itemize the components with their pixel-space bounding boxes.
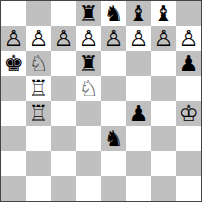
black-pawn-h6: ♟ (179, 51, 199, 76)
black-knight-e3: ♞ (104, 126, 124, 151)
square-d3[interactable] (76, 126, 101, 151)
white-pawn-g7: ♙ (154, 26, 174, 51)
square-g1[interactable] (151, 176, 176, 201)
white-pawn-a7: ♙ (4, 26, 24, 51)
white-knight-b6: ♘ (29, 51, 49, 76)
square-h4[interactable]: ♔ (176, 101, 201, 126)
white-rook-b4: ♖ (29, 101, 49, 126)
square-e1[interactable] (101, 176, 126, 201)
square-e8[interactable]: ♞ (101, 1, 126, 26)
black-knight-e8: ♞ (104, 1, 124, 26)
square-c2[interactable] (51, 151, 76, 176)
square-g4[interactable] (151, 101, 176, 126)
white-pawn-e7: ♙ (104, 26, 124, 51)
square-h5[interactable] (176, 76, 201, 101)
white-pawn-h7: ♙ (179, 26, 199, 51)
square-g7[interactable]: ♙ (151, 26, 176, 51)
chess-board: ♜♞♝♝♙♙♙♙♙♙♙♙♚♘♜♟♖♘♖♟♔♞ (0, 0, 202, 202)
square-e7[interactable]: ♙ (101, 26, 126, 51)
black-bishop-g8: ♝ (154, 1, 174, 26)
square-b3[interactable] (26, 126, 51, 151)
square-d4[interactable] (76, 101, 101, 126)
square-h3[interactable] (176, 126, 201, 151)
square-c3[interactable] (51, 126, 76, 151)
white-pawn-f7: ♙ (129, 26, 149, 51)
square-e4[interactable] (101, 101, 126, 126)
square-a7[interactable]: ♙ (1, 26, 26, 51)
square-g6[interactable] (151, 51, 176, 76)
square-d2[interactable] (76, 151, 101, 176)
square-h7[interactable]: ♙ (176, 26, 201, 51)
square-b6[interactable]: ♘ (26, 51, 51, 76)
square-f1[interactable] (126, 176, 151, 201)
square-e2[interactable] (101, 151, 126, 176)
square-a2[interactable] (1, 151, 26, 176)
square-b7[interactable]: ♙ (26, 26, 51, 51)
square-b8[interactable] (26, 1, 51, 26)
white-king-h4: ♔ (179, 101, 199, 126)
chess-diagram: ♜♞♝♝♙♙♙♙♙♙♙♙♚♘♜♟♖♘♖♟♔♞ (0, 0, 202, 202)
square-c6[interactable] (51, 51, 76, 76)
square-b2[interactable] (26, 151, 51, 176)
black-rook-d8: ♜ (79, 1, 99, 26)
square-b1[interactable] (26, 176, 51, 201)
square-a1[interactable] (1, 176, 26, 201)
square-d8[interactable]: ♜ (76, 1, 101, 26)
black-pawn-f4: ♟ (129, 101, 149, 126)
square-e3[interactable]: ♞ (101, 126, 126, 151)
square-f8[interactable]: ♝ (126, 1, 151, 26)
square-f5[interactable] (126, 76, 151, 101)
square-e5[interactable] (101, 76, 126, 101)
square-a5[interactable] (1, 76, 26, 101)
square-b5[interactable]: ♖ (26, 76, 51, 101)
square-f3[interactable] (126, 126, 151, 151)
square-h1[interactable] (176, 176, 201, 201)
square-d1[interactable] (76, 176, 101, 201)
square-b4[interactable]: ♖ (26, 101, 51, 126)
square-g8[interactable]: ♝ (151, 1, 176, 26)
square-f6[interactable] (126, 51, 151, 76)
black-king-a6: ♚ (4, 51, 24, 76)
square-d5[interactable]: ♘ (76, 76, 101, 101)
white-rook-b5: ♖ (29, 76, 49, 101)
white-pawn-c7: ♙ (54, 26, 74, 51)
square-f2[interactable] (126, 151, 151, 176)
square-c5[interactable] (51, 76, 76, 101)
square-c8[interactable] (51, 1, 76, 26)
square-g2[interactable] (151, 151, 176, 176)
square-g3[interactable] (151, 126, 176, 151)
square-d6[interactable]: ♜ (76, 51, 101, 76)
square-d7[interactable]: ♙ (76, 26, 101, 51)
square-e6[interactable] (101, 51, 126, 76)
square-f7[interactable]: ♙ (126, 26, 151, 51)
square-a4[interactable] (1, 101, 26, 126)
square-c4[interactable] (51, 101, 76, 126)
black-rook-d6: ♜ (79, 51, 99, 76)
square-g5[interactable] (151, 76, 176, 101)
square-h6[interactable]: ♟ (176, 51, 201, 76)
white-knight-d5: ♘ (79, 76, 99, 101)
square-a8[interactable] (1, 1, 26, 26)
square-c1[interactable] (51, 176, 76, 201)
square-h8[interactable] (176, 1, 201, 26)
black-bishop-f8: ♝ (129, 1, 149, 26)
white-pawn-b7: ♙ (29, 26, 49, 51)
square-c7[interactable]: ♙ (51, 26, 76, 51)
square-a6[interactable]: ♚ (1, 51, 26, 76)
white-pawn-d7: ♙ (79, 26, 99, 51)
square-a3[interactable] (1, 126, 26, 151)
square-f4[interactable]: ♟ (126, 101, 151, 126)
square-h2[interactable] (176, 151, 201, 176)
